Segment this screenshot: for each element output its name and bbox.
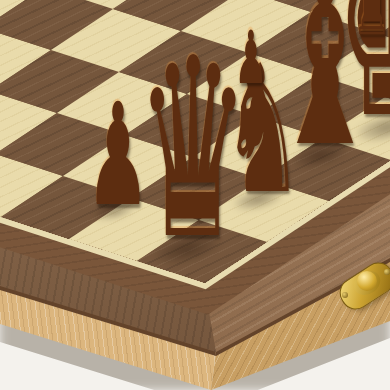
latch-knob[interactable] [357, 271, 377, 291]
piece-rook[interactable]: ♜ [352, 0, 390, 48]
piece-pawn-a[interactable]: ♟ [86, 85, 151, 227]
piece-pawn-b[interactable]: ♟ [234, 21, 267, 94]
latch-screw [342, 292, 348, 298]
brass-latch[interactable] [336, 260, 390, 314]
latch-screw [384, 269, 390, 275]
chess-set-photo: ♛♟♞♝♚♟♜ [0, 0, 390, 390]
